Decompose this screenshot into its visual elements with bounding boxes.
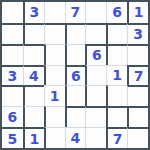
cell-r5c5[interactable]: [85, 85, 106, 106]
given-digit: 3: [29, 5, 39, 19]
cell-r1c6[interactable]: 6: [106, 2, 127, 23]
cell-r2c7[interactable]: 3: [127, 23, 148, 44]
cell-r5c2[interactable]: [23, 85, 44, 106]
given-digit: 1: [134, 5, 144, 19]
given-digit: 7: [71, 5, 81, 19]
sudoku-board: 37613634617165147: [0, 0, 150, 150]
cell-r6c3[interactable]: [44, 106, 65, 127]
cell-r3c7[interactable]: [127, 44, 148, 65]
cell-r5c1[interactable]: [2, 85, 23, 106]
cell-r3c5[interactable]: 6: [85, 44, 106, 65]
cell-r7c2[interactable]: 1: [23, 127, 44, 148]
given-digit: 6: [92, 48, 102, 62]
given-digit: 4: [71, 131, 81, 145]
cell-r6c2[interactable]: [23, 106, 44, 127]
given-digit: 1: [29, 132, 39, 146]
cell-r2c4[interactable]: [65, 23, 86, 44]
cell-r4c7[interactable]: 7: [127, 65, 148, 86]
cell-r1c4[interactable]: 7: [65, 2, 86, 23]
given-digit: 1: [50, 89, 60, 103]
cell-r7c6[interactable]: 7: [106, 127, 127, 148]
cell-r3c4[interactable]: [65, 44, 86, 65]
cell-r5c6[interactable]: [106, 85, 127, 106]
given-digit: 7: [113, 132, 123, 146]
cell-r7c7[interactable]: [127, 127, 148, 148]
cell-r1c7[interactable]: 1: [127, 2, 148, 23]
given-digit: 1: [112, 68, 122, 82]
cell-r6c7[interactable]: [127, 106, 148, 127]
cell-r2c3[interactable]: [44, 23, 65, 44]
cell-r1c2[interactable]: 3: [23, 2, 44, 23]
cell-r2c5[interactable]: [85, 23, 106, 44]
given-digit: 6: [112, 5, 122, 19]
cell-r7c5[interactable]: [85, 127, 106, 148]
cell-r2c1[interactable]: [2, 23, 23, 44]
cell-r4c1[interactable]: 3: [2, 65, 23, 86]
cell-r4c6[interactable]: 1: [106, 65, 127, 86]
cell-r4c4[interactable]: 6: [65, 65, 86, 86]
cell-r3c2[interactable]: [23, 44, 44, 65]
cell-r4c5[interactable]: [85, 65, 106, 86]
given-digit: 3: [133, 27, 143, 41]
cell-r3c1[interactable]: [2, 44, 23, 65]
cell-r7c1[interactable]: 5: [2, 127, 23, 148]
given-digit: 5: [8, 132, 18, 146]
puzzle-screenshot: 37613634617165147: [0, 0, 150, 150]
cell-r1c3[interactable]: [44, 2, 65, 23]
given-digit: 3: [8, 69, 18, 83]
cell-r3c6[interactable]: [106, 44, 127, 65]
cell-r4c2[interactable]: 4: [23, 65, 44, 86]
cell-r6c5[interactable]: [85, 106, 106, 127]
cell-r6c6[interactable]: [106, 106, 127, 127]
given-digit: 7: [134, 69, 144, 83]
given-digit: 6: [71, 69, 81, 83]
cell-r5c4[interactable]: [65, 85, 86, 106]
cell-r5c3[interactable]: 1: [44, 85, 65, 106]
cell-r6c1[interactable]: 6: [2, 106, 23, 127]
cell-r2c6[interactable]: [106, 23, 127, 44]
cell-r2c2[interactable]: [23, 23, 44, 44]
cell-r4c3[interactable]: [44, 65, 65, 86]
cell-r3c3[interactable]: [44, 44, 65, 65]
given-digit: 4: [29, 69, 39, 83]
cell-r7c4[interactable]: 4: [65, 127, 86, 148]
given-digit: 6: [8, 110, 18, 124]
cell-r7c3[interactable]: [44, 127, 65, 148]
cell-r1c5[interactable]: [85, 2, 106, 23]
cell-r1c1[interactable]: [2, 2, 23, 23]
cell-r6c4[interactable]: [65, 106, 86, 127]
cell-r5c7[interactable]: [127, 85, 148, 106]
